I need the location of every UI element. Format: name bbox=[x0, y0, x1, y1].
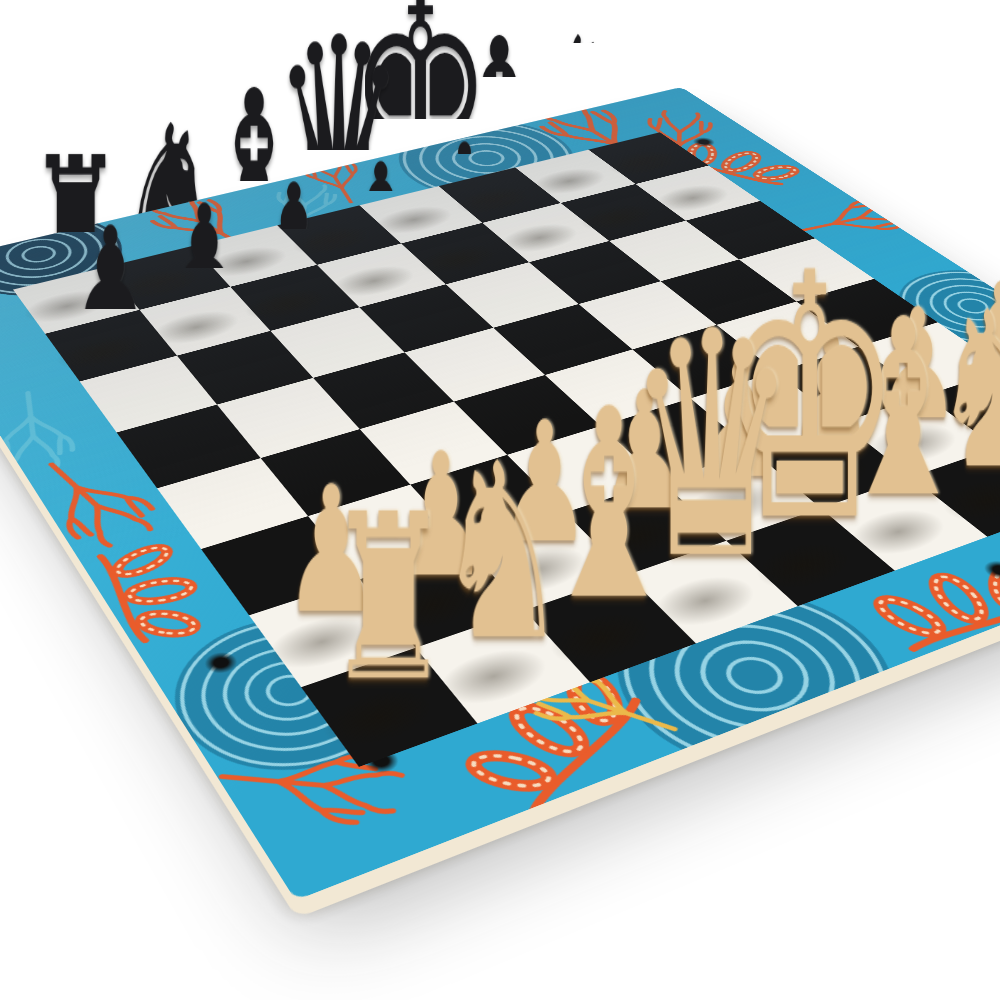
white-rook-glyph: ♜ bbox=[325, 494, 451, 705]
piece-white-rook-a1[interactable]: ♜ bbox=[308, 214, 469, 705]
pieces-layer: ♜♞♝♛♚♝♞♜♟♟♟♟♟♟♟♟♟♟♟♟♟♟♟♟♜♞♝♛♚♝♞♜ bbox=[0, 87, 1000, 900]
chess-board: ♜♞♝♛♚♝♞♜♟♟♟♟♟♟♟♟♟♟♟♟♟♟♟♟♜♞♝♛♚♝♞♜ bbox=[0, 87, 1000, 900]
photo-background: ♜♞♝♛♚♝♞♜♟♟♟♟♟♟♟♟♟♟♟♟♟♟♟♟♜♞♝♛♚♝♞♜ bbox=[0, 0, 1000, 1000]
